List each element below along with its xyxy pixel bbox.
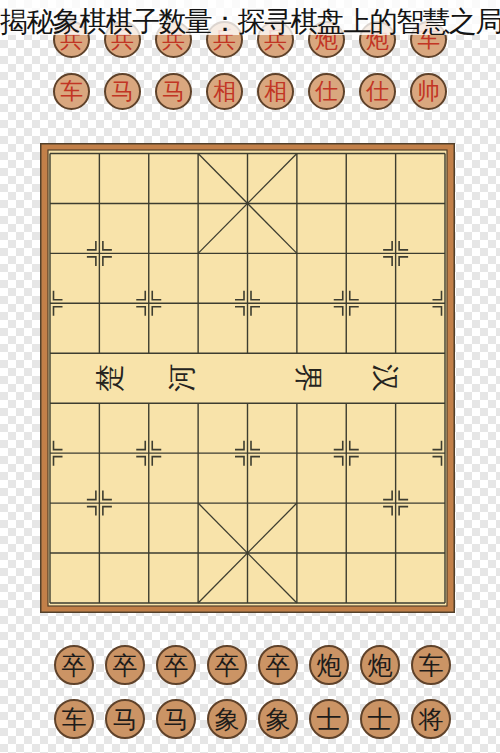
black-advisor-piece[interactable]: 士 xyxy=(309,699,349,739)
black-cannon-piece[interactable]: 炮 xyxy=(309,645,349,685)
black-elephant-piece[interactable]: 象 xyxy=(258,699,298,739)
red-elephant-piece[interactable]: 相 xyxy=(206,73,243,110)
river-label-han: 汉 xyxy=(366,364,404,392)
red-advisor-piece[interactable]: 仕 xyxy=(308,73,345,110)
page-title: 揭秘象棋棋子数量：探寻棋盘上的智慧之局 xyxy=(0,3,500,41)
black-general-piece[interactable]: 将 xyxy=(411,699,451,739)
black-horse-piece[interactable]: 马 xyxy=(105,699,145,739)
black-tray-row-2: 车 马 马 象 象 士 士 将 xyxy=(54,699,451,739)
black-soldier-piece[interactable]: 卒 xyxy=(54,645,94,685)
black-soldier-piece[interactable]: 卒 xyxy=(207,645,247,685)
black-elephant-piece[interactable]: 象 xyxy=(207,699,247,739)
black-chariot-piece[interactable]: 车 xyxy=(54,699,94,739)
black-soldier-piece[interactable]: 卒 xyxy=(258,645,298,685)
red-general-piece[interactable]: 帅 xyxy=(410,73,447,110)
black-soldier-piece[interactable]: 卒 xyxy=(105,645,145,685)
river-label-jie: 界 xyxy=(289,364,327,392)
river-label-he: 河 xyxy=(163,364,201,392)
black-horse-piece[interactable]: 马 xyxy=(156,699,196,739)
black-chariot-piece[interactable]: 车 xyxy=(411,645,451,685)
river-label-chu: 楚 xyxy=(91,364,129,392)
red-advisor-piece[interactable]: 仕 xyxy=(359,73,396,110)
red-elephant-piece[interactable]: 相 xyxy=(257,73,294,110)
black-cannon-piece[interactable]: 炮 xyxy=(360,645,400,685)
red-chariot-piece[interactable]: 车 xyxy=(53,73,90,110)
red-horse-piece[interactable]: 马 xyxy=(104,73,141,110)
xiangqi-board[interactable]: 楚 河 界 汉 xyxy=(40,143,455,613)
black-tray-row-1: 卒 卒 卒 卒 卒 炮 炮 车 xyxy=(54,645,451,685)
black-advisor-piece[interactable]: 士 xyxy=(360,699,400,739)
canvas: 揭秘象棋棋子数量：探寻棋盘上的智慧之局 兵 兵 兵 兵 兵 炮 炮 车 车 马 … xyxy=(0,0,500,753)
black-soldier-piece[interactable]: 卒 xyxy=(156,645,196,685)
red-horse-piece[interactable]: 马 xyxy=(155,73,192,110)
red-tray-row-2: 车 马 马 相 相 仕 仕 帅 xyxy=(53,73,447,110)
